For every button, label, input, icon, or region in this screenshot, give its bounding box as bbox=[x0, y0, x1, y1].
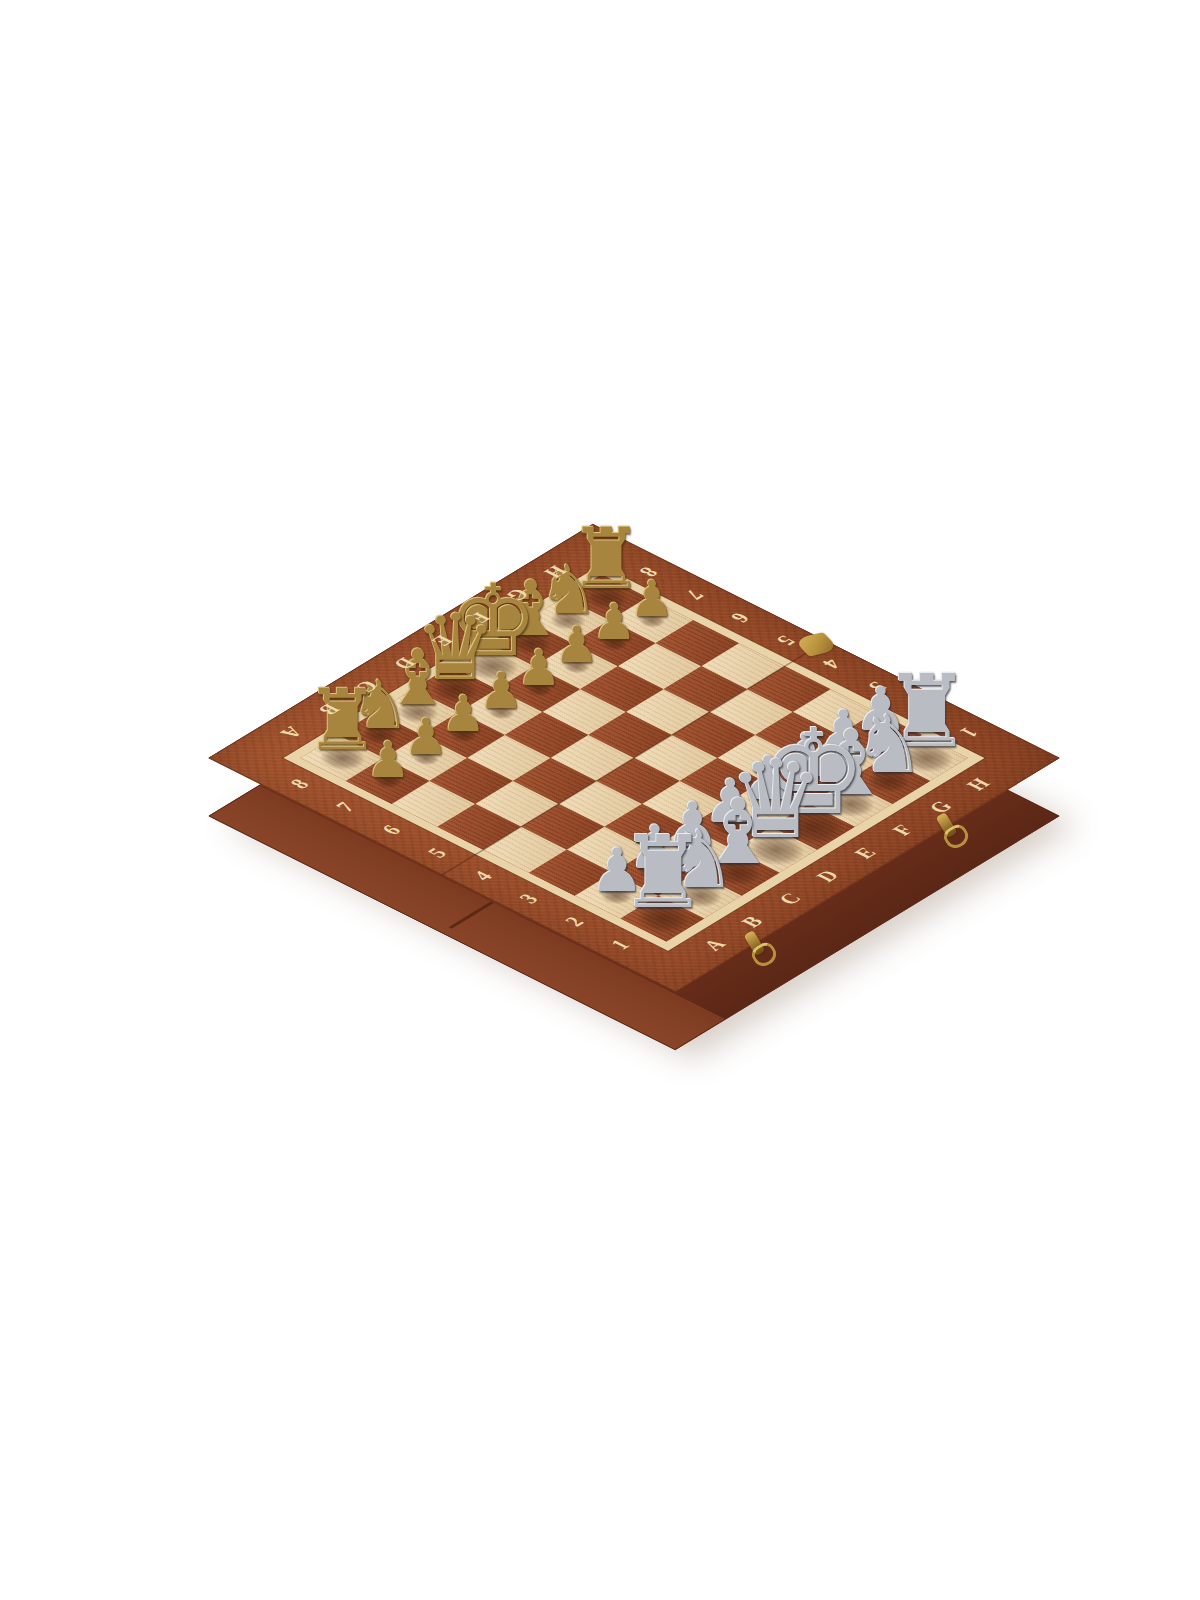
chess-board: ♜♞♝♛♚♝♞♜♟♟♟♟♟♟♟♟♟♟♟♟♟♟♟♟♜♞♝♛♚♝♞♜ AA11BB2… bbox=[208, 524, 1059, 992]
coord-rank-8-left: 8 bbox=[278, 772, 320, 795]
coord-file-a-bottom: A bbox=[693, 933, 735, 956]
coord-file-h-bottom: H bbox=[957, 773, 999, 796]
coord-file-f-bottom: F bbox=[882, 818, 924, 841]
coord-file-e-bottom: E bbox=[844, 841, 886, 864]
coord-rank-7-left: 7 bbox=[324, 795, 366, 818]
coord-rank-3-left: 3 bbox=[507, 887, 549, 910]
coord-rank-7-right: 7 bbox=[673, 583, 715, 606]
pawn-glyph: ♟ bbox=[365, 735, 410, 785]
square-a1: ♜ bbox=[621, 896, 704, 942]
coord-rank-4-right: 4 bbox=[810, 652, 852, 675]
coord-rank-6-left: 6 bbox=[370, 818, 412, 841]
coord-rank-1-left: 1 bbox=[599, 933, 641, 956]
coord-rank-5-left: 5 bbox=[416, 841, 458, 864]
coord-file-c-bottom: C bbox=[769, 887, 811, 910]
coord-file-d-bottom: D bbox=[806, 864, 848, 887]
fold-seam-side bbox=[449, 902, 494, 929]
product-photo: ♜♞♝♛♚♝♞♜♟♟♟♟♟♟♟♟♟♟♟♟♟♟♟♟♜♞♝♛♚♝♞♜ AA11BB2… bbox=[0, 0, 1200, 1600]
coord-rank-6-right: 6 bbox=[718, 606, 760, 629]
rook-glyph: ♜ bbox=[617, 823, 707, 923]
coord-rank-4-left: 4 bbox=[461, 864, 503, 887]
coord-rank-2-left: 2 bbox=[553, 910, 595, 933]
